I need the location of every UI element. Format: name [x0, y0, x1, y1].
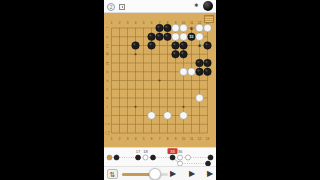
coordinate-label: 七: [106, 79, 109, 83]
coordinate-label: 10: [182, 21, 186, 25]
coordinate-label: 13: [206, 137, 210, 141]
move-tree-graph[interactable]: 17183336: [104, 148, 216, 166]
move-number-on-stone: 33: [190, 35, 194, 39]
white-stone: [196, 33, 204, 41]
white-stone: [188, 68, 196, 76]
black-stone: [172, 51, 180, 59]
next-move-button[interactable]: ▶: [189, 168, 195, 180]
black-stone: [156, 33, 164, 41]
last-move-button[interactable]: ▶: [207, 168, 213, 180]
help-button[interactable]: 2: [107, 3, 115, 11]
white-stone: [164, 112, 172, 120]
white-stone: [180, 33, 188, 41]
tree-node[interactable]: [208, 155, 213, 160]
star-point: [134, 53, 136, 55]
white-stone: [172, 24, 180, 32]
slider-thumb[interactable]: [149, 168, 161, 180]
black-stone: [204, 42, 212, 50]
coordinate-label: 十: [106, 105, 109, 109]
coordinate-label: 九: [106, 96, 109, 100]
black-stone: [164, 33, 172, 41]
black-stone: [148, 33, 156, 41]
coordinate-label: 四: [106, 52, 109, 56]
coordinate-label: 十二: [104, 122, 110, 126]
coordinate-label: 11: [190, 137, 193, 141]
tree-node[interactable]: [114, 155, 119, 160]
coordinate-label: 五: [106, 61, 109, 65]
star-point: [182, 106, 184, 108]
tree-node[interactable]: [151, 155, 156, 160]
move-number-label: 36: [178, 149, 183, 154]
black-stone: [180, 42, 188, 50]
white-stone: [180, 24, 188, 32]
play-button[interactable]: ▶: [170, 168, 176, 180]
small-marker-icon: ✱: [194, 3, 198, 7]
current-move-number: 33: [170, 149, 175, 154]
black-stone: [172, 42, 180, 50]
bottom-toolbar: ⇅ ▶ ▶ ▶: [104, 166, 216, 180]
white-stone: [148, 112, 156, 120]
striped-corner-icon[interactable]: [204, 15, 214, 23]
black-stone: [196, 68, 204, 76]
coordinate-label: 二: [106, 35, 109, 39]
coordinate-label: 11: [190, 21, 193, 25]
white-stone: [180, 112, 188, 120]
white-stone: [196, 24, 204, 32]
tree-node[interactable]: [107, 155, 112, 160]
app-window: 2 ✱ 1234567891011121312345678910111213一二…: [104, 0, 216, 180]
progress-slider[interactable]: [122, 173, 168, 176]
black-stone: [196, 59, 204, 67]
coordinate-label: 八: [106, 87, 109, 91]
black-stone: [132, 42, 140, 50]
tree-node[interactable]: [186, 155, 191, 160]
screen-background: 2 ✱ 1234567891011121312345678910111213一二…: [0, 0, 320, 180]
mini-board-icon[interactable]: [119, 4, 125, 10]
coordinate-label: 十三: [104, 131, 110, 135]
coordinate-label: 12: [198, 137, 202, 141]
tree-node[interactable]: [178, 155, 183, 160]
coordinate-label: 三: [106, 44, 109, 48]
black-stone: [204, 68, 212, 76]
white-stone: [204, 24, 212, 32]
black-stone: [164, 24, 172, 32]
top-bar: 2 ✱: [104, 0, 216, 13]
coordinate-label: 六: [106, 70, 109, 74]
tree-node[interactable]: [136, 155, 141, 160]
star-point: [134, 106, 136, 108]
move-number-label: 17: [136, 149, 141, 154]
go-board[interactable]: 1234567891011121312345678910111213一二三四五六…: [104, 13, 216, 147]
star-point: [158, 79, 160, 81]
coordinate-label: 10: [182, 137, 186, 141]
tree-node[interactable]: [143, 155, 148, 160]
black-stone: [156, 24, 164, 32]
coordinate-label: 十一: [104, 114, 110, 118]
white-stone: [196, 94, 204, 102]
coordinate-label: 一: [106, 26, 109, 30]
turn-indicator-black-stone: [203, 1, 213, 11]
move-number-label: 18: [143, 149, 148, 154]
go-board-grid[interactable]: 1234567891011121312345678910111213一二三四五六…: [104, 13, 216, 147]
black-stone: [204, 59, 212, 67]
move-tree[interactable]: 17183336: [104, 147, 216, 166]
white-stone: [180, 68, 188, 76]
white-stone: [172, 33, 180, 41]
black-stone: [180, 51, 188, 59]
tree-node[interactable]: [170, 155, 175, 160]
coordinate-label: 12: [198, 21, 202, 25]
variation-toggle-button[interactable]: ⇅: [107, 169, 118, 179]
black-stone: [148, 42, 156, 50]
